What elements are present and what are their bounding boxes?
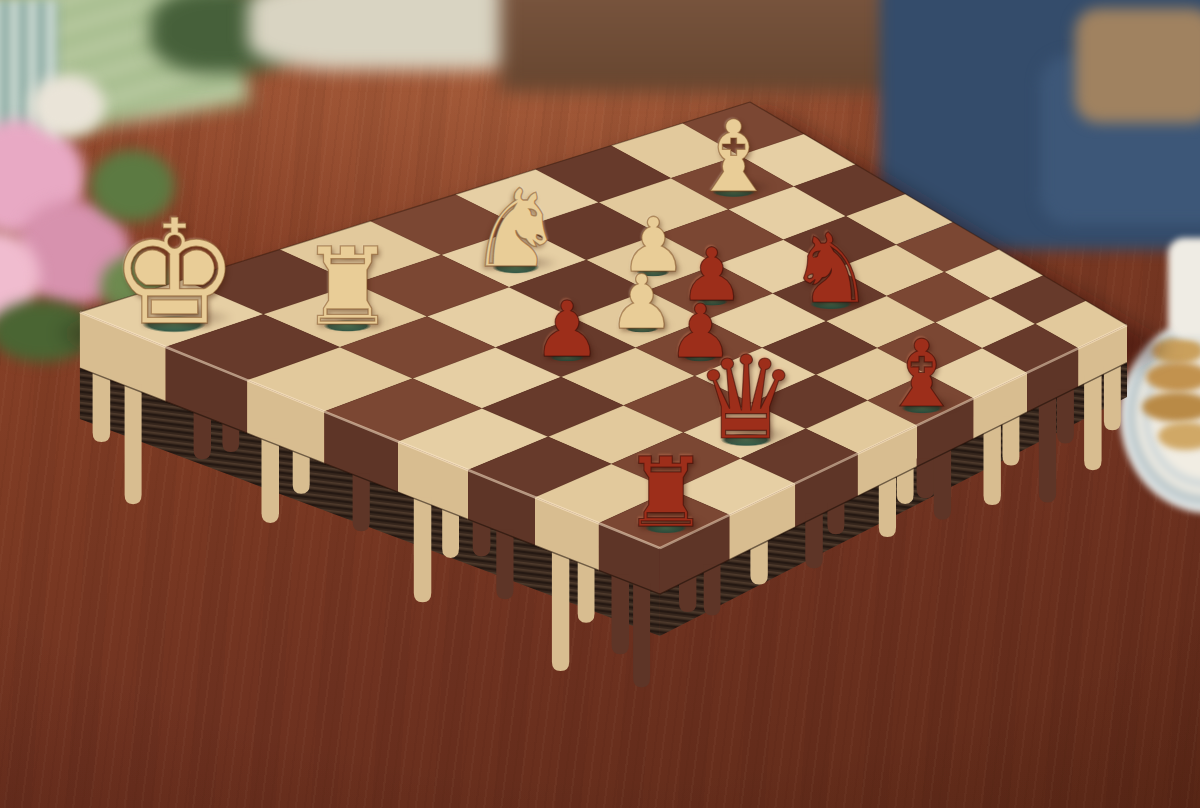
piece-white-knight-b4[interactable]: ♞: [467, 175, 564, 283]
vignette: [0, 0, 1200, 808]
piece-red-queen-g3[interactable]: ♛: [694, 341, 797, 456]
piece-red-bishop-h5[interactable]: ♝: [880, 328, 963, 421]
scene: ♝♞♟♟♞♚♜♟♟♟♝♛♜: [0, 0, 1200, 808]
piece-red-pawn-d3[interactable]: ♟: [533, 291, 602, 368]
piece-white-king-a1[interactable]: ♚: [109, 199, 239, 344]
piece-white-bishop-b7[interactable]: ♝: [689, 106, 778, 205]
piece-red-rook-h1[interactable]: ♜: [623, 446, 709, 542]
piece-red-knight-e6[interactable]: ♞: [788, 221, 874, 317]
piece-white-pawn-d4[interactable]: ♟: [608, 264, 675, 339]
piece-white-rook-b2[interactable]: ♜: [300, 234, 396, 341]
